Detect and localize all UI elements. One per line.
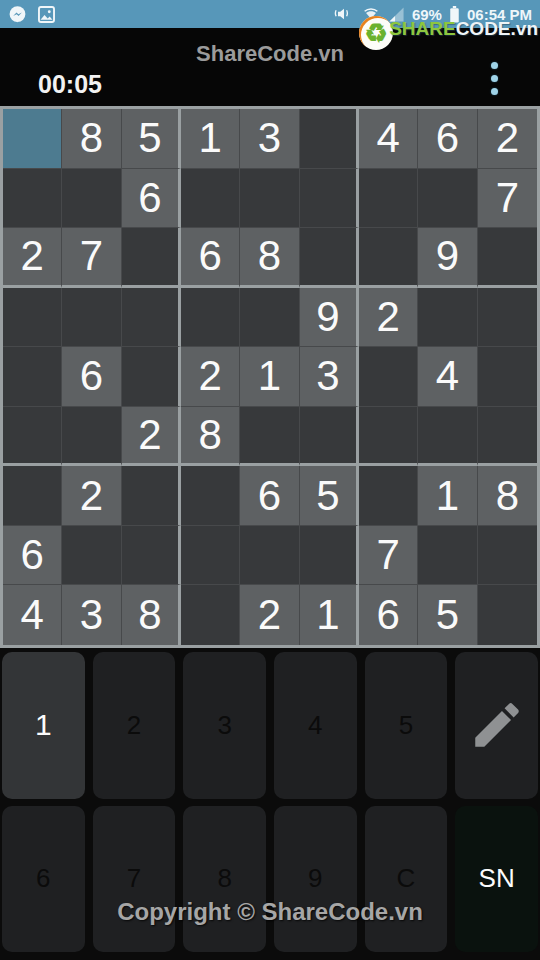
cell-r2c8[interactable]	[418, 169, 477, 229]
cell-r4c4[interactable]	[181, 288, 240, 348]
cell-r8c4[interactable]	[181, 526, 240, 586]
cell-r7c5[interactable]: 6	[240, 466, 299, 526]
cell-r6c2[interactable]	[62, 407, 121, 467]
cell-r8c2[interactable]	[62, 526, 121, 586]
cell-r5c6[interactable]: 3	[300, 347, 359, 407]
cell-r6c1[interactable]	[3, 407, 62, 467]
cell-r1c9[interactable]: 2	[478, 109, 537, 169]
phone-screen: 69% 06:54 PM ♻ SHARECODE.vn ShareCode.vn…	[0, 0, 540, 960]
cell-r3c8[interactable]: 9	[418, 228, 477, 288]
cell-r6c5[interactable]	[240, 407, 299, 467]
cell-r8c9[interactable]	[478, 526, 537, 586]
kebab-menu-icon[interactable]	[489, 60, 497, 103]
cell-r7c8[interactable]: 1	[418, 466, 477, 526]
cell-r6c4[interactable]: 8	[181, 407, 240, 467]
cell-r3c1[interactable]: 2	[3, 228, 62, 288]
cell-r5c9[interactable]	[478, 347, 537, 407]
cell-r1c2[interactable]: 8	[62, 109, 121, 169]
cell-r1c7[interactable]: 4	[359, 109, 418, 169]
cell-r9c3[interactable]: 8	[122, 585, 181, 645]
cell-r3c7[interactable]	[359, 228, 418, 288]
cell-r7c7[interactable]	[359, 466, 418, 526]
cell-r8c6[interactable]	[300, 526, 359, 586]
key-7[interactable]: 7	[93, 806, 176, 953]
key-1[interactable]: 1	[2, 652, 85, 799]
page-title: ShareCode.vn	[0, 41, 540, 67]
cell-r7c2[interactable]: 2	[62, 466, 121, 526]
gallery-icon	[37, 5, 56, 24]
cell-r4c2[interactable]	[62, 288, 121, 348]
status-bar: 69% 06:54 PM	[0, 0, 540, 28]
cell-r5c7[interactable]	[359, 347, 418, 407]
cell-r2c7[interactable]	[359, 169, 418, 229]
cell-r6c7[interactable]	[359, 407, 418, 467]
cell-r9c9[interactable]	[478, 585, 537, 645]
cell-r8c3[interactable]	[122, 526, 181, 586]
cell-r2c1[interactable]	[3, 169, 62, 229]
cell-r5c1[interactable]	[3, 347, 62, 407]
cell-r9c8[interactable]: 5	[418, 585, 477, 645]
number-keypad: 123456789CSN	[0, 648, 540, 960]
cell-r9c4[interactable]	[181, 585, 240, 645]
cell-r5c3[interactable]	[122, 347, 181, 407]
cell-r4c7[interactable]: 2	[359, 288, 418, 348]
key-5[interactable]: 5	[365, 652, 448, 799]
cell-r2c3[interactable]: 6	[122, 169, 181, 229]
key-8[interactable]: 8	[183, 806, 266, 953]
messenger-icon	[8, 5, 27, 24]
key-pencil-icon[interactable]	[455, 652, 538, 799]
cell-r7c9[interactable]: 8	[478, 466, 537, 526]
signal-icon	[388, 6, 405, 23]
cell-r7c6[interactable]: 5	[300, 466, 359, 526]
key-2[interactable]: 2	[93, 652, 176, 799]
cell-r5c4[interactable]: 2	[181, 347, 240, 407]
cell-r9c2[interactable]: 3	[62, 585, 121, 645]
cell-r6c6[interactable]	[300, 407, 359, 467]
cell-r3c5[interactable]: 8	[240, 228, 299, 288]
cell-r4c6[interactable]: 9	[300, 288, 359, 348]
cell-r6c3[interactable]: 2	[122, 407, 181, 467]
cell-r2c9[interactable]: 7	[478, 169, 537, 229]
key-sn[interactable]: SN	[455, 806, 538, 953]
cell-r8c1[interactable]: 6	[3, 526, 62, 586]
key-3[interactable]: 3	[183, 652, 266, 799]
cell-r3c2[interactable]: 7	[62, 228, 121, 288]
cell-r8c8[interactable]	[418, 526, 477, 586]
cell-r3c9[interactable]	[478, 228, 537, 288]
cell-r4c3[interactable]	[122, 288, 181, 348]
wifi-icon	[361, 6, 381, 23]
cell-r1c6[interactable]	[300, 109, 359, 169]
key-9[interactable]: 9	[274, 806, 357, 953]
cell-r4c1[interactable]	[3, 288, 62, 348]
cell-r5c5[interactable]: 1	[240, 347, 299, 407]
key-clear[interactable]: C	[365, 806, 448, 953]
cell-r2c2[interactable]	[62, 169, 121, 229]
cell-r9c1[interactable]: 4	[3, 585, 62, 645]
battery-icon	[449, 6, 460, 23]
cell-r3c3[interactable]	[122, 228, 181, 288]
cell-r2c4[interactable]	[181, 169, 240, 229]
cell-r1c5[interactable]: 3	[240, 109, 299, 169]
cell-r9c6[interactable]: 1	[300, 585, 359, 645]
key-6[interactable]: 6	[2, 806, 85, 953]
cell-r7c4[interactable]	[181, 466, 240, 526]
cell-r5c8[interactable]: 4	[418, 347, 477, 407]
mute-vibrate-icon	[334, 5, 354, 23]
cell-r8c7[interactable]: 7	[359, 526, 418, 586]
cell-r6c8[interactable]	[418, 407, 477, 467]
cell-r2c5[interactable]	[240, 169, 299, 229]
cell-r4c9[interactable]	[478, 288, 537, 348]
cell-r3c4[interactable]: 6	[181, 228, 240, 288]
sudoku-board: 8513462672768992621342826518674382165	[0, 106, 540, 648]
cell-r9c7[interactable]: 6	[359, 585, 418, 645]
notification-icons	[8, 5, 56, 24]
cell-r4c8[interactable]	[418, 288, 477, 348]
cell-r5c2[interactable]: 6	[62, 347, 121, 407]
cell-r1c8[interactable]: 6	[418, 109, 477, 169]
clock-label: 06:54 PM	[467, 6, 532, 23]
cell-r1c4[interactable]: 1	[181, 109, 240, 169]
cell-r9c5[interactable]: 2	[240, 585, 299, 645]
battery-percent-label: 69%	[412, 6, 442, 23]
app-bar: ShareCode.vn 00:05	[0, 28, 540, 106]
cell-r3c6[interactable]	[300, 228, 359, 288]
cell-r2c6[interactable]	[300, 169, 359, 229]
cell-r7c3[interactable]	[122, 466, 181, 526]
game-timer: 00:05	[38, 70, 102, 99]
cell-r6c9[interactable]	[478, 407, 537, 467]
cell-r8c5[interactable]	[240, 526, 299, 586]
system-status-icons: 69% 06:54 PM	[334, 5, 532, 23]
cell-r4c5[interactable]	[240, 288, 299, 348]
key-4[interactable]: 4	[274, 652, 357, 799]
cell-r1c1[interactable]	[3, 109, 62, 169]
cell-r1c3[interactable]: 5	[122, 109, 181, 169]
cell-r7c1[interactable]	[3, 466, 62, 526]
